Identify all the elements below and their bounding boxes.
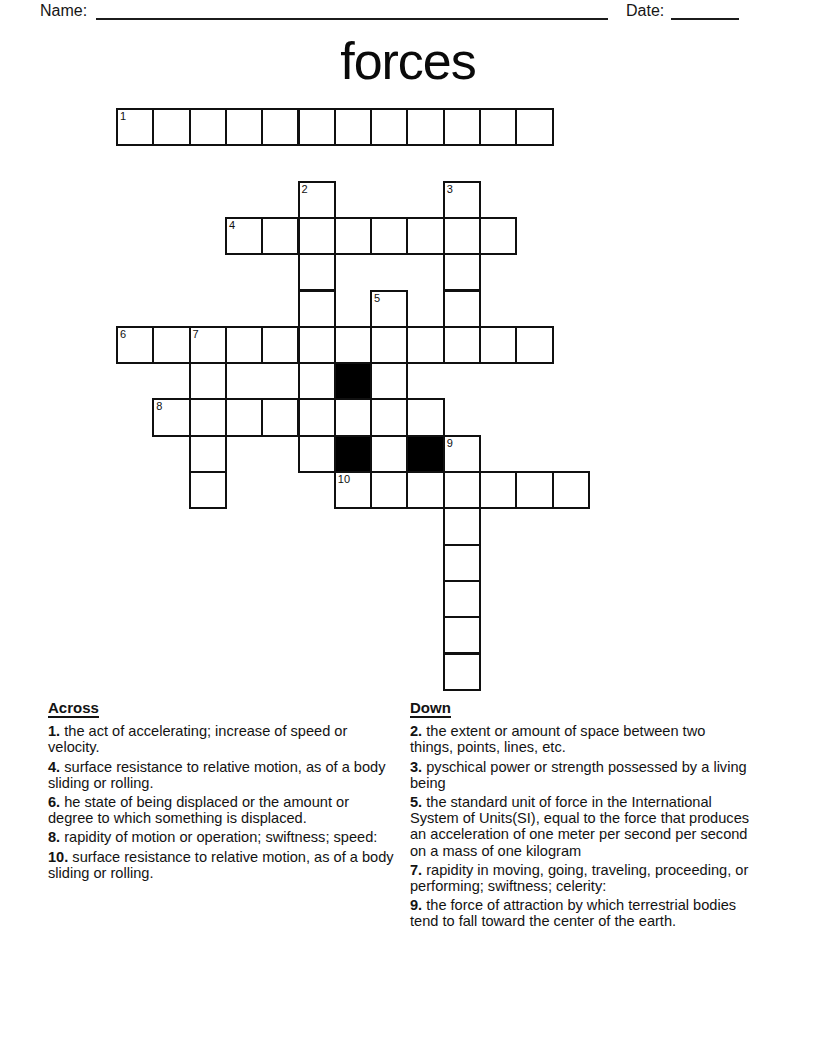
cell-r0c7[interactable]: [370, 108, 408, 146]
cell-r0c3[interactable]: [225, 108, 263, 146]
cell-r0c9[interactable]: [443, 108, 481, 146]
cell-r3c5[interactable]: [298, 217, 336, 255]
cell-r0c6[interactable]: [334, 108, 372, 146]
across-heading: Across: [48, 700, 99, 718]
clue-down-3: 3. pyschical power or strength possessed…: [410, 759, 751, 791]
cell-r15c9[interactable]: [443, 653, 481, 691]
cell-r9c7[interactable]: [370, 435, 408, 473]
clue-number-2: 2: [302, 183, 308, 195]
cell-r3c8[interactable]: [406, 217, 444, 255]
black-cell-r9c6: [334, 435, 372, 473]
cell-r10c11[interactable]: [515, 471, 553, 509]
cell-r0c8[interactable]: [406, 108, 444, 146]
date-label: Date:: [626, 2, 664, 20]
cell-r5c9[interactable]: [443, 290, 481, 328]
clue-number-6: 6: [120, 328, 126, 340]
cell-r14c9[interactable]: [443, 616, 481, 654]
cell-r10c7[interactable]: [370, 471, 408, 509]
clue-number-1: 1: [120, 110, 126, 122]
black-cell-r9c8: [406, 435, 444, 473]
cell-r3c10[interactable]: [479, 217, 517, 255]
clue-label: 8.: [48, 829, 60, 845]
clue-label: 5.: [410, 794, 422, 810]
cell-r11c9[interactable]: [443, 507, 481, 545]
clue-number-8: 8: [156, 400, 162, 412]
cell-r12c9[interactable]: [443, 544, 481, 582]
clue-label: 2.: [410, 723, 422, 739]
cell-r2c5[interactable]: 2: [298, 181, 336, 219]
cell-r6c7[interactable]: [370, 326, 408, 364]
cell-r10c9[interactable]: [443, 471, 481, 509]
clue-label: 4.: [48, 759, 60, 775]
cell-r6c0[interactable]: 6: [116, 326, 154, 364]
cell-r7c2[interactable]: [189, 362, 227, 400]
cell-r6c3[interactable]: [225, 326, 263, 364]
clue-label: 3.: [410, 759, 422, 775]
clue-label: 6.: [48, 794, 60, 810]
cell-r9c5[interactable]: [298, 435, 336, 473]
cell-r0c4[interactable]: [261, 108, 299, 146]
name-blank-line[interactable]: [96, 0, 608, 20]
worksheet-page: { "game": "crossword", "title": "forces"…: [0, 0, 816, 1056]
cell-r8c8[interactable]: [406, 398, 444, 436]
cell-r6c9[interactable]: [443, 326, 481, 364]
black-cell-r7c6: [334, 362, 372, 400]
clue-number-10: 10: [338, 473, 350, 485]
cell-r13c9[interactable]: [443, 580, 481, 618]
clue-down-9: 9. the force of attraction by which terr…: [410, 897, 751, 929]
clue-number-9: 9: [447, 437, 453, 449]
clue-across-1: 1. the act of accelerating; increase of …: [48, 723, 398, 755]
cell-r6c8[interactable]: [406, 326, 444, 364]
clue-across-6: 6. he state of being displaced or the am…: [48, 794, 398, 826]
clue-number-3: 3: [447, 183, 453, 195]
cell-r5c7[interactable]: 5: [370, 290, 408, 328]
cell-r10c2[interactable]: [189, 471, 227, 509]
clue-label: 9.: [410, 897, 422, 913]
cell-r6c11[interactable]: [515, 326, 553, 364]
cell-r0c5[interactable]: [298, 108, 336, 146]
cell-r2c9[interactable]: 3: [443, 181, 481, 219]
cell-r10c12[interactable]: [552, 471, 590, 509]
clue-across-8: 8. rapidity of motion or operation; swif…: [48, 829, 398, 845]
clue-number-5: 5: [374, 292, 380, 304]
cell-r3c6[interactable]: [334, 217, 372, 255]
date-blank-line[interactable]: [671, 0, 739, 20]
cell-r8c3[interactable]: [225, 398, 263, 436]
across-clues-section: Across 1. the act of accelerating; incre…: [48, 700, 398, 884]
cell-r4c5[interactable]: [298, 253, 336, 291]
crossword-grid: 12345678910: [117, 109, 591, 692]
cell-r4c9[interactable]: [443, 253, 481, 291]
cell-r8c2[interactable]: [189, 398, 227, 436]
cell-r8c5[interactable]: [298, 398, 336, 436]
down-heading: Down: [410, 700, 451, 718]
cell-r3c4[interactable]: [261, 217, 299, 255]
cell-r9c2[interactable]: [189, 435, 227, 473]
cell-r5c5[interactable]: [298, 290, 336, 328]
clue-across-4: 4. surface resistance to relative motion…: [48, 759, 398, 791]
cell-r10c10[interactable]: [479, 471, 517, 509]
cell-r6c10[interactable]: [479, 326, 517, 364]
cell-r6c2[interactable]: 7: [189, 326, 227, 364]
clue-down-2: 2. the extent or amount of space between…: [410, 723, 751, 755]
cell-r3c7[interactable]: [370, 217, 408, 255]
cell-r6c1[interactable]: [152, 326, 190, 364]
cell-r8c1[interactable]: 8: [152, 398, 190, 436]
down-clue-list: 2. the extent or amount of space between…: [410, 723, 751, 929]
puzzle-title: forces: [0, 31, 816, 91]
cell-r8c7[interactable]: [370, 398, 408, 436]
clue-down-7: 7. rapidity in moving, going, traveling,…: [410, 862, 751, 894]
cell-r6c4[interactable]: [261, 326, 299, 364]
cell-r0c10[interactable]: [479, 108, 517, 146]
cell-r8c6[interactable]: [334, 398, 372, 436]
cell-r0c1[interactable]: [152, 108, 190, 146]
clue-number-4: 4: [229, 219, 235, 231]
clue-down-5: 5. the standard unit of force in the Int…: [410, 794, 751, 859]
cell-r9c9[interactable]: 9: [443, 435, 481, 473]
cell-r7c5[interactable]: [298, 362, 336, 400]
clue-label: 7.: [410, 862, 422, 878]
cell-r6c6[interactable]: [334, 326, 372, 364]
down-clues-section: Down 2. the extent or amount of space be…: [410, 700, 751, 933]
cell-r10c6[interactable]: 10: [334, 471, 372, 509]
name-label: Name:: [40, 2, 87, 20]
clue-label: 10.: [48, 849, 68, 865]
cell-r3c9[interactable]: [443, 217, 481, 255]
cell-r6c5[interactable]: [298, 326, 336, 364]
cell-r10c8[interactable]: [406, 471, 444, 509]
clue-label: 1.: [48, 723, 60, 739]
across-clue-list: 1. the act of accelerating; increase of …: [48, 723, 398, 881]
clue-number-7: 7: [193, 328, 199, 340]
clue-across-10: 10. surface resistance to relative motio…: [48, 849, 398, 881]
cell-r0c0[interactable]: 1: [116, 108, 154, 146]
cell-r0c11[interactable]: [515, 108, 553, 146]
cell-r7c7[interactable]: [370, 362, 408, 400]
cell-r0c2[interactable]: [189, 108, 227, 146]
cell-r3c3[interactable]: 4: [225, 217, 263, 255]
cell-r8c4[interactable]: [261, 398, 299, 436]
